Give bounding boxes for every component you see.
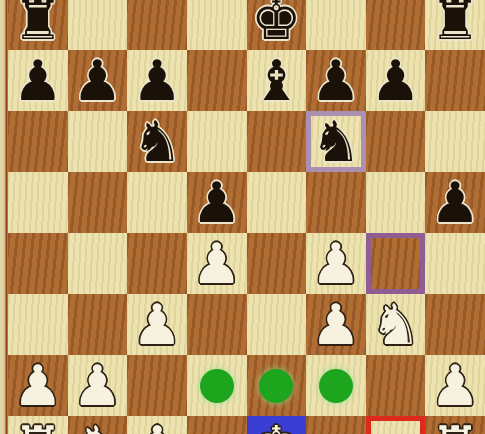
square-d8[interactable] xyxy=(187,0,247,50)
black-pawn[interactable]: ♟ xyxy=(8,50,68,111)
square-d4[interactable]: ♟ xyxy=(187,233,247,294)
black-rook[interactable]: ♜ xyxy=(8,0,68,50)
square-f7[interactable]: ♟ xyxy=(306,50,366,111)
black-pawn[interactable]: ♟ xyxy=(306,50,366,111)
square-e1[interactable]: ♚ xyxy=(247,416,307,434)
white-pawn[interactable]: ♟ xyxy=(187,233,247,294)
square-g5[interactable] xyxy=(366,172,426,233)
square-c7[interactable]: ♟ xyxy=(127,50,187,111)
square-a3[interactable] xyxy=(8,294,68,355)
square-f3[interactable]: ♟ xyxy=(306,294,366,355)
square-b5[interactable] xyxy=(68,172,128,233)
chess-app-screen: ♜♚♜♟♟♟♝♟♟♞♞♟♟♟♟♟♟♞♟♟♟♜♞♝♚♜ xyxy=(0,0,485,434)
square-e6[interactable] xyxy=(247,111,307,172)
square-c1[interactable]: ♝ xyxy=(127,416,187,434)
chess-board: ♜♚♜♟♟♟♝♟♟♞♞♟♟♟♟♟♟♞♟♟♟♜♞♝♚♜ xyxy=(8,0,485,434)
square-g6[interactable] xyxy=(366,111,426,172)
black-king[interactable]: ♚ xyxy=(247,0,307,50)
square-c8[interactable] xyxy=(127,0,187,50)
black-bishop[interactable]: ♝ xyxy=(247,50,307,111)
white-pawn[interactable]: ♟ xyxy=(8,355,68,416)
alert-highlight-frame xyxy=(366,416,426,434)
square-h7[interactable] xyxy=(425,50,485,111)
square-g7[interactable]: ♟ xyxy=(366,50,426,111)
square-e4[interactable] xyxy=(247,233,307,294)
black-pawn[interactable]: ♟ xyxy=(68,50,128,111)
square-d7[interactable] xyxy=(187,50,247,111)
square-h4[interactable] xyxy=(425,233,485,294)
square-h8[interactable]: ♜ xyxy=(425,0,485,50)
black-knight[interactable]: ♞ xyxy=(306,111,366,172)
white-pawn[interactable]: ♟ xyxy=(127,294,187,355)
square-f4[interactable]: ♟ xyxy=(306,233,366,294)
white-pawn[interactable]: ♟ xyxy=(306,294,366,355)
square-e8[interactable]: ♚ xyxy=(247,0,307,50)
white-bishop[interactable]: ♝ xyxy=(127,416,187,434)
square-b8[interactable] xyxy=(68,0,128,50)
square-b4[interactable] xyxy=(68,233,128,294)
white-king[interactable]: ♚ xyxy=(247,416,307,434)
square-g1[interactable] xyxy=(366,416,426,434)
square-d3[interactable] xyxy=(187,294,247,355)
legal-move-dot[interactable] xyxy=(200,369,234,403)
square-b6[interactable] xyxy=(68,111,128,172)
square-h6[interactable] xyxy=(425,111,485,172)
square-a4[interactable] xyxy=(8,233,68,294)
square-c5[interactable] xyxy=(127,172,187,233)
black-rook[interactable]: ♜ xyxy=(425,0,485,50)
square-a6[interactable] xyxy=(8,111,68,172)
legal-move-dot[interactable] xyxy=(259,369,293,403)
square-g8[interactable] xyxy=(366,0,426,50)
square-a5[interactable] xyxy=(8,172,68,233)
square-a1[interactable]: ♜ xyxy=(8,416,68,434)
square-f6[interactable]: ♞ xyxy=(306,111,366,172)
square-g2[interactable] xyxy=(366,355,426,416)
square-c3[interactable]: ♟ xyxy=(127,294,187,355)
square-d1[interactable] xyxy=(187,416,247,434)
white-rook[interactable]: ♜ xyxy=(425,416,485,434)
square-c4[interactable] xyxy=(127,233,187,294)
white-knight[interactable]: ♞ xyxy=(68,416,128,434)
square-h3[interactable] xyxy=(425,294,485,355)
white-pawn[interactable]: ♟ xyxy=(306,233,366,294)
square-e3[interactable] xyxy=(247,294,307,355)
square-a7[interactable]: ♟ xyxy=(8,50,68,111)
square-b2[interactable]: ♟ xyxy=(68,355,128,416)
black-knight[interactable]: ♞ xyxy=(127,111,187,172)
square-h5[interactable]: ♟ xyxy=(425,172,485,233)
black-pawn[interactable]: ♟ xyxy=(187,172,247,233)
square-a2[interactable]: ♟ xyxy=(8,355,68,416)
square-b1[interactable]: ♞ xyxy=(68,416,128,434)
white-pawn[interactable]: ♟ xyxy=(68,355,128,416)
square-d2[interactable] xyxy=(187,355,247,416)
last-move-highlight-frame xyxy=(366,233,426,294)
square-f2[interactable] xyxy=(306,355,366,416)
square-a8[interactable]: ♜ xyxy=(8,0,68,50)
square-h2[interactable]: ♟ xyxy=(425,355,485,416)
square-c2[interactable] xyxy=(127,355,187,416)
white-rook[interactable]: ♜ xyxy=(8,416,68,434)
square-g3[interactable]: ♞ xyxy=(366,294,426,355)
white-knight[interactable]: ♞ xyxy=(366,294,426,355)
white-pawn[interactable]: ♟ xyxy=(425,355,485,416)
square-c6[interactable]: ♞ xyxy=(127,111,187,172)
square-f8[interactable] xyxy=(306,0,366,50)
board-edge-frame xyxy=(0,0,8,434)
square-e5[interactable] xyxy=(247,172,307,233)
square-f1[interactable] xyxy=(306,416,366,434)
square-e7[interactable]: ♝ xyxy=(247,50,307,111)
square-f5[interactable] xyxy=(306,172,366,233)
square-d6[interactable] xyxy=(187,111,247,172)
square-g4[interactable] xyxy=(366,233,426,294)
square-d5[interactable]: ♟ xyxy=(187,172,247,233)
legal-move-dot[interactable] xyxy=(319,369,353,403)
square-b7[interactable]: ♟ xyxy=(68,50,128,111)
black-pawn[interactable]: ♟ xyxy=(366,50,426,111)
black-pawn[interactable]: ♟ xyxy=(425,172,485,233)
square-b3[interactable] xyxy=(68,294,128,355)
square-e2[interactable] xyxy=(247,355,307,416)
square-h1[interactable]: ♜ xyxy=(425,416,485,434)
black-pawn[interactable]: ♟ xyxy=(127,50,187,111)
